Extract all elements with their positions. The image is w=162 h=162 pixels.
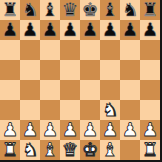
piece-white-pawn[interactable]: ♟ — [42, 120, 59, 139]
piece-black-rook[interactable]: ♜ — [2, 0, 19, 19]
square-c4[interactable] — [40, 80, 60, 100]
piece-white-rook[interactable]: ♜ — [142, 140, 159, 159]
square-e6[interactable] — [80, 40, 100, 60]
piece-black-pawn[interactable]: ♟ — [102, 20, 119, 39]
piece-white-pawn[interactable]: ♟ — [82, 120, 99, 139]
square-e8[interactable]: ♚ — [80, 0, 100, 20]
square-g2[interactable]: ♟ — [120, 120, 140, 140]
square-f6[interactable] — [100, 40, 120, 60]
piece-white-queen[interactable]: ♛ — [62, 140, 79, 159]
square-h3[interactable] — [140, 100, 160, 120]
piece-black-rook[interactable]: ♜ — [142, 0, 159, 19]
square-d3[interactable] — [60, 100, 80, 120]
square-g6[interactable] — [120, 40, 140, 60]
square-e3[interactable] — [80, 100, 100, 120]
piece-black-pawn[interactable]: ♟ — [122, 20, 139, 39]
piece-black-pawn[interactable]: ♟ — [142, 20, 159, 39]
square-c3[interactable] — [40, 100, 60, 120]
square-h2[interactable]: ♟ — [140, 120, 160, 140]
piece-black-pawn[interactable]: ♟ — [22, 20, 39, 39]
square-f5[interactable] — [100, 60, 120, 80]
piece-black-pawn[interactable]: ♟ — [82, 20, 99, 39]
square-c2[interactable]: ♟ — [40, 120, 60, 140]
square-b1[interactable]: ♞ — [20, 140, 40, 160]
square-h4[interactable] — [140, 80, 160, 100]
square-g3[interactable] — [120, 100, 140, 120]
square-b4[interactable] — [20, 80, 40, 100]
square-h8[interactable]: ♜ — [140, 0, 160, 20]
piece-black-pawn[interactable]: ♟ — [62, 20, 79, 39]
square-a1[interactable]: ♜ — [0, 140, 20, 160]
square-f2[interactable]: ♟ — [100, 120, 120, 140]
square-d6[interactable] — [60, 40, 80, 60]
piece-black-knight[interactable]: ♞ — [22, 0, 39, 19]
piece-black-bishop[interactable]: ♝ — [42, 0, 59, 19]
square-d5[interactable] — [60, 60, 80, 80]
square-d1[interactable]: ♛ — [60, 140, 80, 160]
piece-black-knight[interactable]: ♞ — [122, 0, 139, 19]
square-b6[interactable] — [20, 40, 40, 60]
piece-white-pawn[interactable]: ♟ — [102, 120, 119, 139]
square-a8[interactable]: ♜ — [0, 0, 20, 20]
square-e7[interactable]: ♟ — [80, 20, 100, 40]
piece-white-knight[interactable]: ♞ — [102, 100, 119, 119]
square-f1[interactable]: ♝ — [100, 140, 120, 160]
square-b5[interactable] — [20, 60, 40, 80]
square-c7[interactable]: ♟ — [40, 20, 60, 40]
piece-white-pawn[interactable]: ♟ — [2, 120, 19, 139]
piece-black-king[interactable]: ♚ — [82, 0, 99, 19]
square-b7[interactable]: ♟ — [20, 20, 40, 40]
square-f8[interactable]: ♝ — [100, 0, 120, 20]
square-e2[interactable]: ♟ — [80, 120, 100, 140]
piece-white-rook[interactable]: ♜ — [2, 140, 19, 159]
square-b2[interactable]: ♟ — [20, 120, 40, 140]
square-c5[interactable] — [40, 60, 60, 80]
square-d2[interactable]: ♟ — [60, 120, 80, 140]
piece-white-king[interactable]: ♚ — [82, 140, 99, 159]
square-c8[interactable]: ♝ — [40, 0, 60, 20]
square-g5[interactable] — [120, 60, 140, 80]
piece-white-pawn[interactable]: ♟ — [142, 120, 159, 139]
square-d8[interactable]: ♛ — [60, 0, 80, 20]
square-h6[interactable] — [140, 40, 160, 60]
square-g1[interactable] — [120, 140, 140, 160]
piece-white-pawn[interactable]: ♟ — [62, 120, 79, 139]
square-g4[interactable] — [120, 80, 140, 100]
piece-black-pawn[interactable]: ♟ — [42, 20, 59, 39]
square-g7[interactable]: ♟ — [120, 20, 140, 40]
square-f4[interactable] — [100, 80, 120, 100]
square-c1[interactable]: ♝ — [40, 140, 60, 160]
square-a7[interactable]: ♟ — [0, 20, 20, 40]
square-a4[interactable] — [0, 80, 20, 100]
piece-white-knight[interactable]: ♞ — [22, 140, 39, 159]
square-f3[interactable]: ♞ — [100, 100, 120, 120]
piece-black-pawn[interactable]: ♟ — [2, 20, 19, 39]
chess-board: ♜♞♝♛♚♝♞♜♟♟♟♟♟♟♟♟♞♟♟♟♟♟♟♟♟♜♞♝♛♚♝♜ — [0, 0, 162, 162]
square-a2[interactable]: ♟ — [0, 120, 20, 140]
square-h5[interactable] — [140, 60, 160, 80]
piece-white-pawn[interactable]: ♟ — [122, 120, 139, 139]
piece-white-bishop[interactable]: ♝ — [42, 140, 59, 159]
square-d4[interactable] — [60, 80, 80, 100]
square-g8[interactable]: ♞ — [120, 0, 140, 20]
piece-white-bishop[interactable]: ♝ — [102, 140, 119, 159]
square-h1[interactable]: ♜ — [140, 140, 160, 160]
square-f7[interactable]: ♟ — [100, 20, 120, 40]
piece-black-queen[interactable]: ♛ — [62, 0, 79, 19]
piece-white-pawn[interactable]: ♟ — [22, 120, 39, 139]
square-e1[interactable]: ♚ — [80, 140, 100, 160]
square-a6[interactable] — [0, 40, 20, 60]
square-e4[interactable] — [80, 80, 100, 100]
chess-board-container: ♜♞♝♛♚♝♞♜♟♟♟♟♟♟♟♟♞♟♟♟♟♟♟♟♟♜♞♝♛♚♝♜ — [0, 0, 162, 162]
square-d7[interactable]: ♟ — [60, 20, 80, 40]
square-h7[interactable]: ♟ — [140, 20, 160, 40]
square-b3[interactable] — [20, 100, 40, 120]
square-b8[interactable]: ♞ — [20, 0, 40, 20]
square-a5[interactable] — [0, 60, 20, 80]
square-e5[interactable] — [80, 60, 100, 80]
square-a3[interactable] — [0, 100, 20, 120]
piece-black-bishop[interactable]: ♝ — [102, 0, 119, 19]
square-c6[interactable] — [40, 40, 60, 60]
